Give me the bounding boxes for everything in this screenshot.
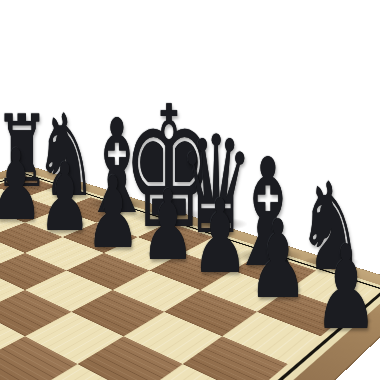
chess-photo-stage: ♜♞♝♚♛♝♞♜♟♟♟♟♟♟♟♟ — [0, 0, 380, 380]
black-pawn[interactable]: ♟ — [141, 177, 195, 274]
black-pawn[interactable]: ♟ — [248, 206, 308, 314]
black-pawn[interactable]: ♟ — [0, 136, 43, 234]
black-pawn[interactable]: ♟ — [85, 163, 140, 262]
black-pawn[interactable]: ♟ — [39, 151, 91, 245]
black-pawn[interactable]: ♟ — [192, 186, 249, 288]
black-pawn[interactable]: ♟ — [314, 230, 378, 346]
pieces-layer: ♜♞♝♚♛♝♞♜♟♟♟♟♟♟♟♟ — [0, 0, 380, 380]
